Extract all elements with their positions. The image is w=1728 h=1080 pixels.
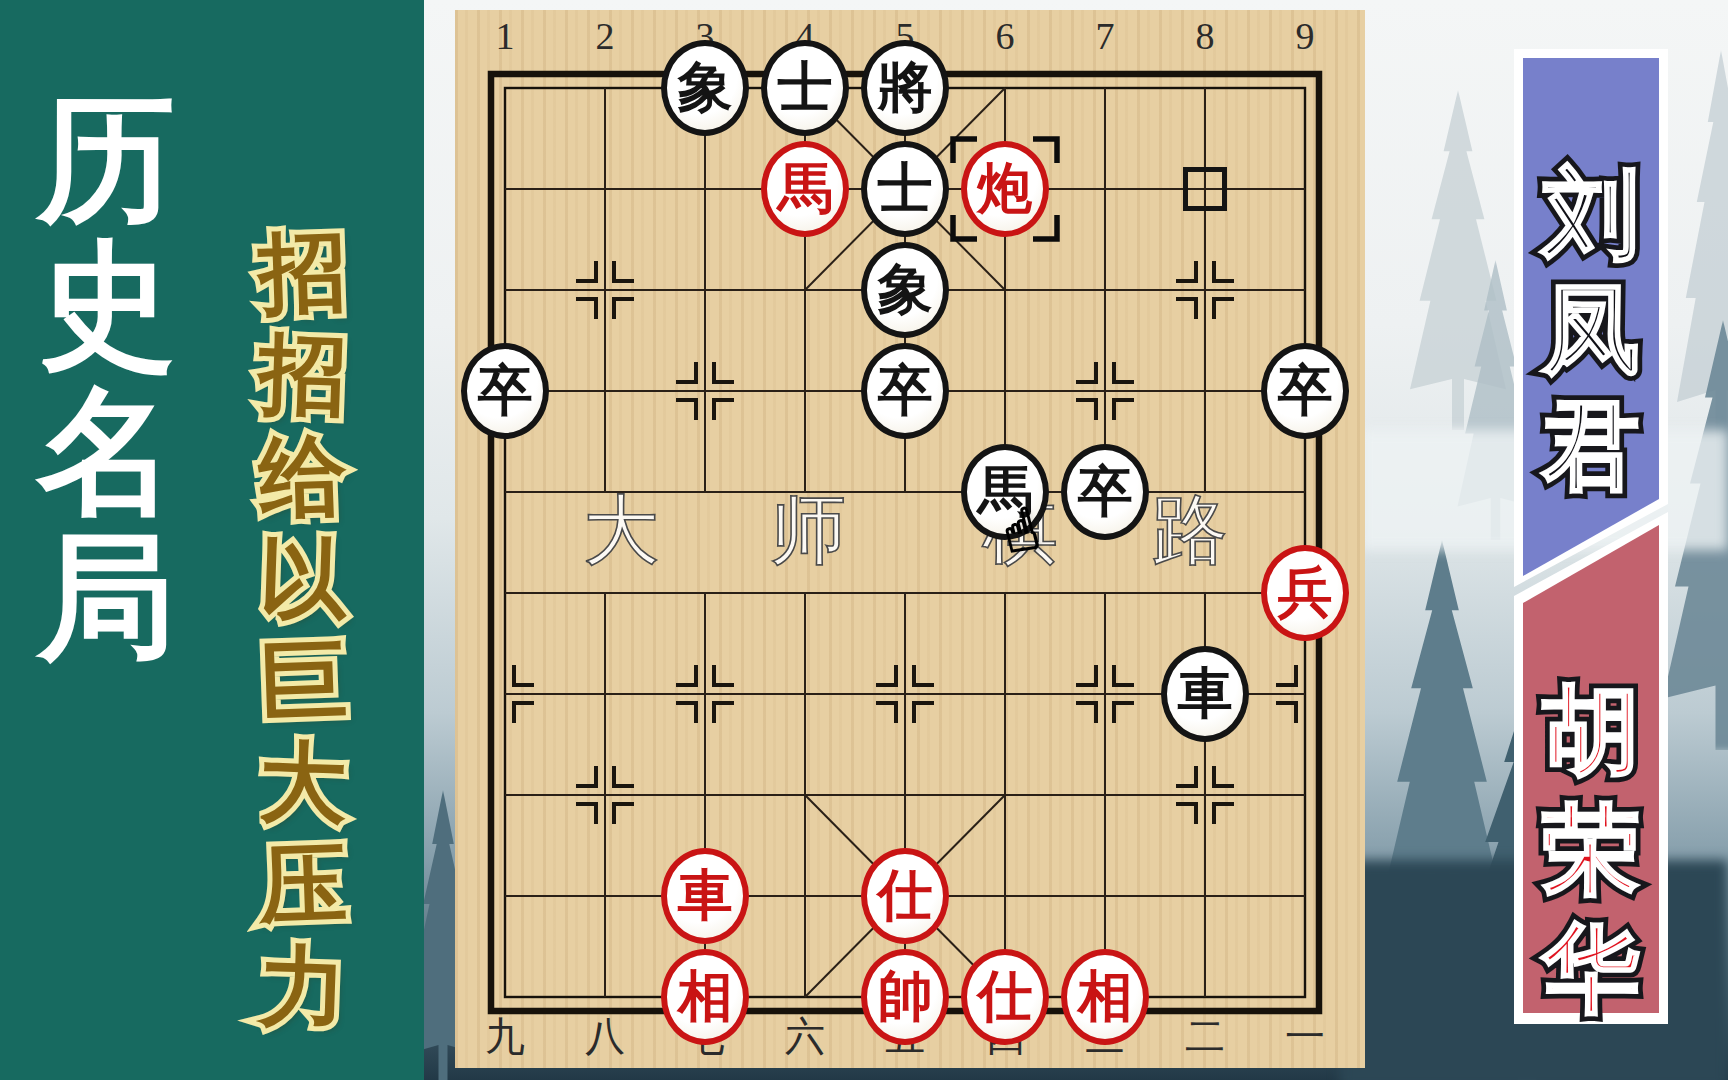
- char: 荣: [1543, 793, 1640, 906]
- piece-red-elephant[interactable]: 相: [661, 949, 749, 1045]
- char: 名: [22, 378, 190, 524]
- piece-black-soldier[interactable]: 卒: [861, 343, 949, 439]
- xiangqi-board-panel: 123456789 九八七六五四三二一 大师棋路 象士將馬士炮象卒卒卒馬卒兵車車…: [455, 10, 1365, 1068]
- piece-red-horse[interactable]: 馬: [761, 141, 849, 237]
- file-label-bottom: 二: [1183, 1014, 1227, 1060]
- char: 力: [246, 934, 359, 1040]
- file-label-top: 6: [983, 14, 1027, 58]
- char: 巨: [246, 628, 359, 734]
- piece-black-general[interactable]: 將: [861, 40, 949, 136]
- char: 压: [246, 832, 359, 938]
- file-label-bottom: 八: [583, 1014, 627, 1060]
- player-name-bottom: 胡荣华: [1523, 519, 1659, 1025]
- char: 刘: [1543, 157, 1640, 270]
- piece-black-soldier[interactable]: 卒: [1061, 444, 1149, 540]
- piece-red-general[interactable]: 帥: [861, 949, 949, 1045]
- char: 胡: [1543, 674, 1640, 787]
- file-label-top: 1: [483, 14, 527, 58]
- file-label-top: 7: [1083, 14, 1127, 58]
- move-from-marker: [1183, 167, 1227, 211]
- piece-black-soldier[interactable]: 卒: [461, 343, 549, 439]
- file-label-bottom: 一: [1283, 1014, 1327, 1060]
- file-label-top: 2: [583, 14, 627, 58]
- piece-red-elephant[interactable]: 相: [1061, 949, 1149, 1045]
- file-label-bottom: 九: [483, 1014, 527, 1060]
- char: 招: [246, 220, 359, 326]
- show-title: 历史名局: [22, 86, 190, 670]
- char: 招: [246, 322, 359, 428]
- river-watermark-char: 大: [579, 488, 663, 572]
- char: 史: [22, 232, 190, 378]
- char: 凤: [1543, 273, 1640, 386]
- player-name-top: 刘凤君: [1523, 57, 1659, 502]
- video-frame: 历史名局 招招给以巨大压力 123456789 九八七六五四三二一 大师棋路 象…: [0, 0, 1728, 1080]
- piece-black-soldier[interactable]: 卒: [1261, 343, 1349, 439]
- piece-black-elephant[interactable]: 象: [861, 242, 949, 338]
- char: 历: [22, 86, 190, 232]
- piece-red-chariot[interactable]: 車: [661, 848, 749, 944]
- char: 华: [1543, 912, 1640, 1025]
- char: 君: [1543, 389, 1640, 502]
- piece-red-advisor[interactable]: 仕: [961, 949, 1049, 1045]
- piece-black-elephant[interactable]: 象: [661, 40, 749, 136]
- file-label-top: 9: [1283, 14, 1327, 58]
- char: 给: [246, 424, 359, 530]
- char: 以: [246, 526, 359, 632]
- selection-brackets: [949, 135, 1061, 243]
- episode-subtitle: 招招给以巨大压力: [248, 222, 358, 1038]
- piece-black-advisor[interactable]: 士: [861, 141, 949, 237]
- piece-black-chariot[interactable]: 車: [1161, 646, 1249, 742]
- river-watermark-char: 师: [766, 488, 850, 572]
- file-label-bottom: 六: [783, 1014, 827, 1060]
- piece-red-soldier[interactable]: 兵: [1261, 545, 1349, 641]
- piece-red-advisor[interactable]: 仕: [861, 848, 949, 944]
- char: 大: [246, 730, 359, 836]
- file-label-top: 8: [1183, 14, 1227, 58]
- river-watermark-char: 路: [1148, 488, 1232, 572]
- char: 局: [22, 524, 190, 670]
- piece-black-advisor[interactable]: 士: [761, 40, 849, 136]
- left-title-panel: 历史名局 招招给以巨大压力: [0, 0, 424, 1080]
